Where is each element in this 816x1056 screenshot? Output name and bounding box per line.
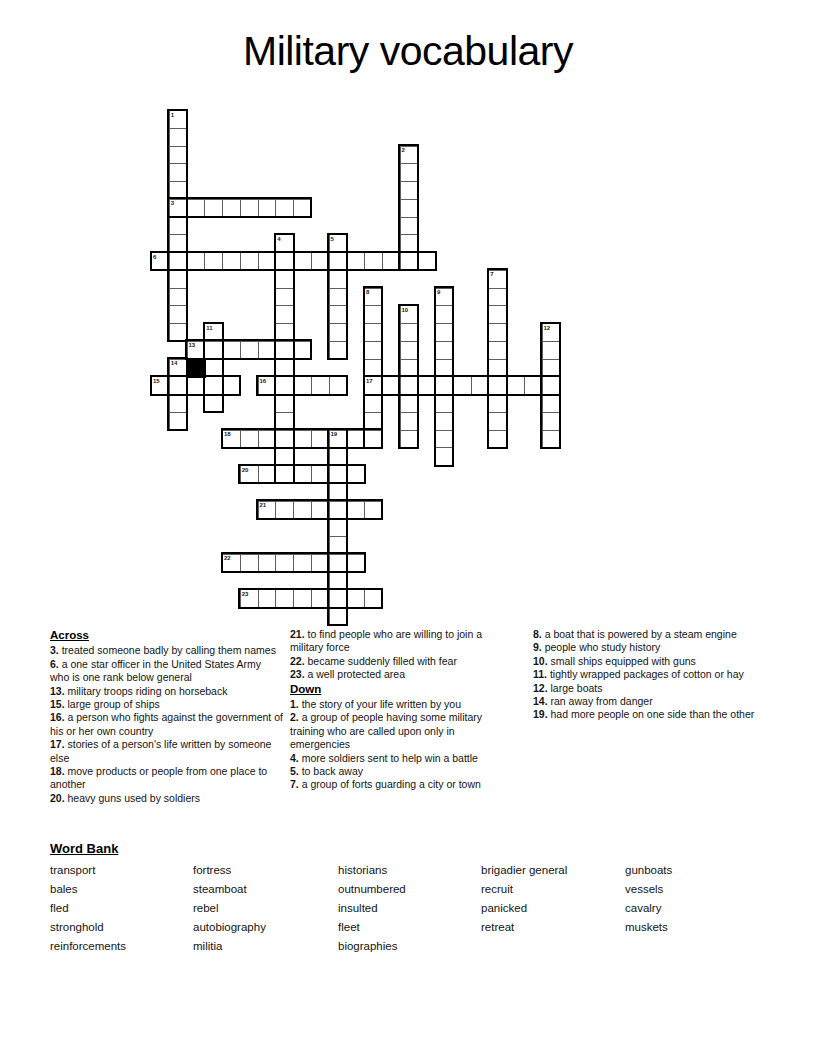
clue-down-5: 5. to back away xyxy=(290,765,505,778)
grid-cell[interactable] xyxy=(382,376,401,395)
clue-across-21: 21. to find people who are willing to jo… xyxy=(290,628,505,655)
puzzle-title: Military vocabulary xyxy=(0,28,816,75)
word-bank-word: reinforcements xyxy=(50,937,126,956)
grid-cell[interactable] xyxy=(275,589,294,608)
clue-across-18: 18. move products or people from one pla… xyxy=(50,765,283,792)
grid-cell[interactable] xyxy=(400,394,419,413)
blocked-cell xyxy=(186,358,206,378)
grid-cell[interactable] xyxy=(400,146,419,165)
grid-cell[interactable] xyxy=(311,589,330,608)
grid-cell[interactable] xyxy=(435,323,454,342)
grid-cell[interactable] xyxy=(346,589,365,608)
grid-cell[interactable] xyxy=(364,359,383,378)
grid-cell[interactable] xyxy=(222,376,241,395)
grid-cell[interactable] xyxy=(293,430,312,449)
grid-cell[interactable] xyxy=(169,128,188,147)
grid-cell[interactable] xyxy=(275,376,294,395)
grid-cell[interactable] xyxy=(488,394,507,413)
grid-cell[interactable] xyxy=(435,376,454,395)
grid-cell[interactable] xyxy=(400,252,419,271)
grid-cell[interactable] xyxy=(275,341,294,360)
grid-cell[interactable] xyxy=(275,412,294,431)
grid-cell[interactable] xyxy=(240,465,259,484)
grid-cell[interactable] xyxy=(169,163,188,182)
grid-cell[interactable] xyxy=(169,252,188,271)
grid-cell[interactable] xyxy=(329,234,348,253)
clue-across-17: 17. stories of a person's life written b… xyxy=(50,738,283,765)
grid-cell[interactable] xyxy=(364,376,383,395)
grid-cell[interactable] xyxy=(293,376,312,395)
grid-cell[interactable] xyxy=(275,465,294,484)
clue-down-2: 2. a group of people having some militar… xyxy=(290,711,505,751)
across-clue-list-part1: 3. treated someone badly by calling them… xyxy=(50,644,283,805)
word-bank-word: biographies xyxy=(338,937,406,956)
clue-across-16: 16. a person who fights against the gove… xyxy=(50,711,283,738)
word-bank-column-5: gunboatsvesselscavalrymuskets xyxy=(625,861,672,937)
grid-cell[interactable] xyxy=(311,252,330,271)
grid-cell[interactable] xyxy=(542,323,561,342)
grid-cell[interactable] xyxy=(488,288,507,307)
word-bank-word: rebel xyxy=(193,899,266,918)
word-bank-word: fled xyxy=(50,899,126,918)
grid-cell[interactable] xyxy=(329,589,348,608)
down-clue-list-part1: 1. the story of your life written by you… xyxy=(290,698,505,792)
word-bank-word: panicked xyxy=(481,899,567,918)
grid-cell[interactable] xyxy=(488,341,507,360)
grid-cell[interactable] xyxy=(240,554,259,573)
grid-cell[interactable] xyxy=(329,501,348,520)
down-heading: Down xyxy=(290,683,505,696)
word-bank-word: autobiography xyxy=(193,918,266,937)
grid-cell[interactable] xyxy=(488,305,507,324)
clue-across-22: 22. became suddenly filled with fear xyxy=(290,655,505,668)
clue-down-7: 7. a group of forts guarding a city or t… xyxy=(290,778,505,791)
grid-cell[interactable] xyxy=(364,288,383,307)
grid-cell[interactable] xyxy=(435,359,454,378)
grid-cell[interactable] xyxy=(346,501,365,520)
clue-across-15: 15. large group of ships xyxy=(50,698,283,711)
grid-cell[interactable] xyxy=(275,554,294,573)
grid-cell[interactable] xyxy=(329,465,348,484)
grid-cell[interactable] xyxy=(169,376,188,395)
crossword-grid: 1234567891011121314151617181920212223 xyxy=(151,110,562,627)
grid-cell[interactable] xyxy=(329,288,348,307)
word-bank-column-1: transportbalesfledstrongholdreinforcemen… xyxy=(50,861,126,956)
clue-down-4: 4. more soldiers sent to help win a batt… xyxy=(290,752,505,765)
grid-cell[interactable] xyxy=(293,501,312,520)
grid-cell[interactable] xyxy=(400,323,419,342)
grid-cell[interactable] xyxy=(311,376,330,395)
grid-cell[interactable] xyxy=(488,270,507,289)
grid-cell[interactable] xyxy=(364,305,383,324)
grid-cell[interactable] xyxy=(293,554,312,573)
grid-cell[interactable] xyxy=(329,554,348,573)
word-bank-word: insulted xyxy=(338,899,406,918)
grid-cell[interactable] xyxy=(329,323,348,342)
grid-cell[interactable] xyxy=(542,376,561,395)
grid-cell[interactable] xyxy=(364,430,383,449)
word-bank-word: fortress xyxy=(193,861,266,880)
grid-cell[interactable] xyxy=(329,270,348,289)
grid-cell[interactable] xyxy=(240,589,259,608)
grid-cell[interactable] xyxy=(329,341,348,360)
grid-cell[interactable] xyxy=(506,376,525,395)
grid-cell[interactable] xyxy=(400,376,419,395)
word-bank-heading: Word Bank xyxy=(50,841,118,856)
clue-down-11: 11. tightly wrapped packages of cotton o… xyxy=(533,668,773,681)
word-bank-word: brigadier general xyxy=(481,861,567,880)
grid-cell[interactable] xyxy=(488,376,507,395)
word-bank-word: muskets xyxy=(625,918,672,937)
clue-down-8: 8. a boat that is powered by a steam eng… xyxy=(533,628,773,641)
grid-cell[interactable] xyxy=(258,341,277,360)
grid-cell[interactable] xyxy=(364,341,383,360)
down-clue-list-part2: 8. a boat that is powered by a steam eng… xyxy=(533,628,773,722)
grid-cell[interactable] xyxy=(382,252,401,271)
grid-cell[interactable] xyxy=(417,376,436,395)
word-bank-word: gunboats xyxy=(625,861,672,880)
grid-cell[interactable] xyxy=(204,376,223,395)
grid-cell[interactable] xyxy=(169,323,188,342)
grid-cell[interactable] xyxy=(275,323,294,342)
word-bank-word: transport xyxy=(50,861,126,880)
grid-cell[interactable] xyxy=(275,394,294,413)
grid-cell[interactable] xyxy=(329,430,348,449)
grid-cell[interactable] xyxy=(275,252,294,271)
grid-cell[interactable] xyxy=(488,430,507,449)
grid-cell[interactable] xyxy=(329,252,348,271)
grid-cell[interactable] xyxy=(169,288,188,307)
grid-cell[interactable] xyxy=(400,341,419,360)
grid-cell[interactable] xyxy=(311,501,330,520)
grid-cell[interactable] xyxy=(275,501,294,520)
clue-column-right: 8. a boat that is powered by a steam eng… xyxy=(533,628,773,722)
clue-down-9: 9. people who study history xyxy=(533,641,773,654)
grid-cell[interactable] xyxy=(346,465,365,484)
grid-cell[interactable] xyxy=(258,465,277,484)
clue-down-10: 10. small ships equipped with guns xyxy=(533,655,773,668)
word-bank-word: outnumbered xyxy=(338,880,406,899)
grid-cell[interactable] xyxy=(258,430,277,449)
grid-cell[interactable] xyxy=(364,412,383,431)
grid-cell[interactable] xyxy=(417,252,436,271)
grid-cell[interactable] xyxy=(542,412,561,431)
grid-cell[interactable] xyxy=(258,252,277,271)
grid-cell[interactable] xyxy=(471,376,490,395)
word-bank-word: recruit xyxy=(481,880,567,899)
grid-cell[interactable] xyxy=(222,199,241,218)
grid-cell[interactable] xyxy=(400,430,419,449)
grid-cell[interactable] xyxy=(346,252,365,271)
grid-cell[interactable] xyxy=(151,252,170,271)
grid-cell[interactable] xyxy=(435,341,454,360)
grid-cell[interactable] xyxy=(204,394,223,413)
grid-cell[interactable] xyxy=(169,199,188,218)
grid-cell[interactable] xyxy=(542,359,561,378)
grid-cell[interactable] xyxy=(204,359,223,378)
grid-cell[interactable] xyxy=(204,199,223,218)
grid-cell[interactable] xyxy=(240,252,259,271)
grid-cell[interactable] xyxy=(400,181,419,200)
clue-across-20: 20. heavy guns used by soldiers xyxy=(50,792,283,805)
word-bank-word: vessels xyxy=(625,880,672,899)
clue-down-1: 1. the story of your life written by you xyxy=(290,698,505,711)
grid-cell[interactable] xyxy=(275,305,294,324)
word-bank-word: cavalry xyxy=(625,899,672,918)
word-bank-column-2: fortresssteamboatrebelautobiographymilit… xyxy=(193,861,266,956)
grid-cell[interactable] xyxy=(258,376,277,395)
grid-cell[interactable] xyxy=(435,305,454,324)
grid-cell[interactable] xyxy=(275,447,294,466)
clue-down-14: 14. ran away from danger xyxy=(533,695,773,708)
grid-cell[interactable] xyxy=(275,270,294,289)
grid-cell[interactable] xyxy=(169,110,188,129)
grid-cell[interactable] xyxy=(329,376,348,395)
word-bank-column-3: historiansoutnumberedinsultedfleetbiogra… xyxy=(338,861,406,956)
grid-cell[interactable] xyxy=(400,359,419,378)
grid-cell[interactable] xyxy=(204,341,223,360)
word-bank-word: bales xyxy=(50,880,126,899)
grid-cell[interactable] xyxy=(329,447,348,466)
word-bank-word: steamboat xyxy=(193,880,266,899)
grid-cell[interactable] xyxy=(187,376,206,395)
grid-cell[interactable] xyxy=(240,430,259,449)
grid-cell[interactable] xyxy=(204,323,223,342)
grid-cell[interactable] xyxy=(222,252,241,271)
grid-cell[interactable] xyxy=(222,341,241,360)
grid-cell[interactable] xyxy=(293,341,312,360)
grid-cell[interactable] xyxy=(524,376,543,395)
grid-cell[interactable] xyxy=(169,305,188,324)
grid-cell[interactable] xyxy=(275,359,294,378)
across-heading: Across xyxy=(50,629,283,642)
grid-cell[interactable] xyxy=(364,394,383,413)
grid-cell[interactable] xyxy=(293,465,312,484)
word-bank-word: stronghold xyxy=(50,918,126,937)
word-bank: transportbalesfledstrongholdreinforcemen… xyxy=(50,861,770,971)
grid-cell[interactable] xyxy=(364,323,383,342)
grid-cell[interactable] xyxy=(488,359,507,378)
grid-cell[interactable] xyxy=(222,430,241,449)
grid-cell[interactable] xyxy=(240,199,259,218)
grid-cell[interactable] xyxy=(169,146,188,165)
grid-cell[interactable] xyxy=(258,199,277,218)
grid-cell[interactable] xyxy=(435,412,454,431)
grid-cell[interactable] xyxy=(542,341,561,360)
grid-cell[interactable] xyxy=(364,589,383,608)
clue-down-12: 12. large boats xyxy=(533,682,773,695)
grid-cell[interactable] xyxy=(187,252,206,271)
clue-column-middle: 21. to find people who are willing to jo… xyxy=(290,628,505,792)
grid-cell[interactable] xyxy=(275,234,294,253)
word-bank-word: retreat xyxy=(481,918,567,937)
grid-cell[interactable] xyxy=(435,288,454,307)
grid-cell[interactable] xyxy=(258,554,277,573)
grid-cell[interactable] xyxy=(346,554,365,573)
grid-cell[interactable] xyxy=(364,252,383,271)
grid-cell[interactable] xyxy=(400,234,419,253)
grid-cell[interactable] xyxy=(329,536,348,555)
grid-cell[interactable] xyxy=(542,394,561,413)
grid-cell[interactable] xyxy=(488,412,507,431)
grid-cell[interactable] xyxy=(542,430,561,449)
grid-cell[interactable] xyxy=(488,323,507,342)
grid-cell[interactable] xyxy=(169,181,188,200)
grid-cell[interactable] xyxy=(169,412,188,431)
across-clue-list-part2: 21. to find people who are willing to jo… xyxy=(290,628,505,682)
word-bank-word: militia xyxy=(193,937,266,956)
grid-cell[interactable] xyxy=(275,199,294,218)
grid-cell[interactable] xyxy=(453,376,472,395)
clue-column-left: Across 3. treated someone badly by calli… xyxy=(50,628,283,805)
grid-cell[interactable] xyxy=(400,163,419,182)
grid-cell[interactable] xyxy=(311,465,330,484)
grid-cell[interactable] xyxy=(275,288,294,307)
grid-cell[interactable] xyxy=(169,359,188,378)
clue-across-13: 13. military troops riding on horseback xyxy=(50,685,283,698)
grid-cell[interactable] xyxy=(169,394,188,413)
grid-cell[interactable] xyxy=(400,305,419,324)
grid-cell[interactable] xyxy=(329,483,348,502)
grid-cell[interactable] xyxy=(293,589,312,608)
grid-cell[interactable] xyxy=(435,430,454,449)
clue-across-3: 3. treated someone badly by calling them… xyxy=(50,644,283,657)
grid-cell[interactable] xyxy=(293,252,312,271)
clue-down-19: 19. had more people on one side than the… xyxy=(533,708,773,721)
word-bank-word: historians xyxy=(338,861,406,880)
grid-cell[interactable] xyxy=(151,376,170,395)
grid-cell[interactable] xyxy=(400,217,419,236)
grid-cell[interactable] xyxy=(258,589,277,608)
grid-cell[interactable] xyxy=(311,554,330,573)
grid-cell[interactable] xyxy=(204,252,223,271)
grid-cell[interactable] xyxy=(187,341,206,360)
grid-cell[interactable] xyxy=(364,501,383,520)
grid-cell[interactable] xyxy=(329,305,348,324)
clue-across-23: 23. a well protected area xyxy=(290,668,505,681)
grid-cell[interactable] xyxy=(293,199,312,218)
grid-cell[interactable] xyxy=(169,234,188,253)
grid-cell[interactable] xyxy=(258,501,277,520)
grid-cell[interactable] xyxy=(169,217,188,236)
grid-cell[interactable] xyxy=(329,607,348,626)
grid-cell[interactable] xyxy=(346,430,365,449)
grid-cell[interactable] xyxy=(187,199,206,218)
clue-across-6: 6. a one star officer in the United Stat… xyxy=(50,658,283,685)
grid-cell[interactable] xyxy=(435,394,454,413)
grid-cell[interactable] xyxy=(400,199,419,218)
grid-cell[interactable] xyxy=(169,270,188,289)
word-bank-word: fleet xyxy=(338,918,406,937)
grid-cell[interactable] xyxy=(329,518,348,537)
grid-cell[interactable] xyxy=(329,572,348,591)
grid-cell[interactable] xyxy=(311,430,330,449)
grid-cell[interactable] xyxy=(400,412,419,431)
grid-cell[interactable] xyxy=(275,430,294,449)
grid-cell[interactable] xyxy=(222,554,241,573)
grid-cell[interactable] xyxy=(435,447,454,466)
grid-cell[interactable] xyxy=(240,341,259,360)
word-bank-column-4: brigadier generalrecruitpanickedretreat xyxy=(481,861,567,937)
